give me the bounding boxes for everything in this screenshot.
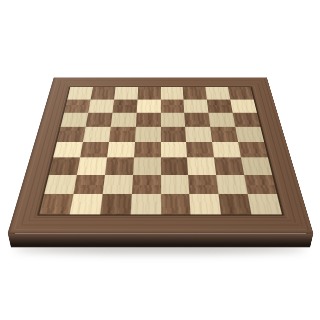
square-f2: [188, 175, 218, 194]
square-g6: [209, 113, 236, 127]
square-d7: [136, 99, 160, 112]
square-b3: [77, 158, 107, 175]
square-c1: [100, 194, 132, 215]
playing-field: [39, 87, 282, 214]
square-d8: [137, 87, 160, 99]
square-b4: [80, 142, 109, 158]
square-a4: [53, 142, 83, 158]
square-d4: [134, 142, 161, 158]
square-e3: [161, 158, 189, 175]
square-f5: [185, 126, 212, 141]
frame-left-rail: [8, 77, 73, 233]
square-g8: [206, 87, 231, 99]
square-g1: [219, 194, 252, 215]
square-h8: [228, 87, 254, 99]
square-g3: [214, 158, 244, 175]
square-f3: [187, 158, 216, 175]
square-f7: [184, 99, 209, 112]
square-h3: [241, 158, 272, 175]
square-b2: [73, 175, 104, 194]
square-c8: [114, 87, 138, 99]
square-d6: [136, 113, 161, 127]
square-a3: [49, 158, 80, 175]
square-g4: [212, 142, 241, 158]
square-h4: [238, 142, 268, 158]
square-a1: [39, 194, 73, 215]
square-a7: [64, 99, 90, 112]
square-c5: [109, 126, 136, 141]
square-b7: [88, 99, 114, 112]
square-e2: [161, 175, 190, 194]
square-g2: [216, 175, 247, 194]
square-e5: [160, 126, 186, 141]
square-e7: [160, 99, 184, 112]
square-h1: [248, 194, 282, 215]
square-h6: [233, 113, 261, 127]
square-d5: [135, 126, 161, 141]
square-d2: [131, 175, 160, 194]
square-c7: [112, 99, 137, 112]
square-e1: [161, 194, 191, 215]
square-a8: [67, 87, 93, 99]
square-a5: [57, 126, 86, 141]
square-g5: [210, 126, 238, 141]
square-b1: [70, 194, 103, 215]
board-scene: [0, 0, 320, 320]
square-f4: [186, 142, 214, 158]
board-top-face: [8, 77, 314, 233]
square-h7: [230, 99, 257, 112]
square-a6: [61, 113, 89, 127]
frame-top-rail: [51, 77, 270, 87]
square-f1: [190, 194, 222, 215]
board-front-edge: [8, 233, 314, 247]
square-c2: [102, 175, 132, 194]
square-e4: [161, 142, 188, 158]
square-c4: [107, 142, 135, 158]
frame-bottom-rail: [8, 214, 314, 233]
square-f8: [183, 87, 207, 99]
square-b8: [91, 87, 116, 99]
square-d1: [130, 194, 160, 215]
square-c3: [105, 158, 134, 175]
square-h2: [244, 175, 277, 194]
square-b5: [83, 126, 111, 141]
square-d3: [133, 158, 161, 175]
square-h5: [235, 126, 264, 141]
square-f6: [185, 113, 211, 127]
square-g7: [207, 99, 233, 112]
square-e6: [160, 113, 185, 127]
square-c6: [111, 113, 137, 127]
square-b6: [86, 113, 113, 127]
square-a2: [44, 175, 77, 194]
product-photo-background: [0, 0, 320, 320]
frame-right-rail: [248, 77, 313, 233]
square-e8: [160, 87, 183, 99]
chessboard: [8, 77, 314, 233]
